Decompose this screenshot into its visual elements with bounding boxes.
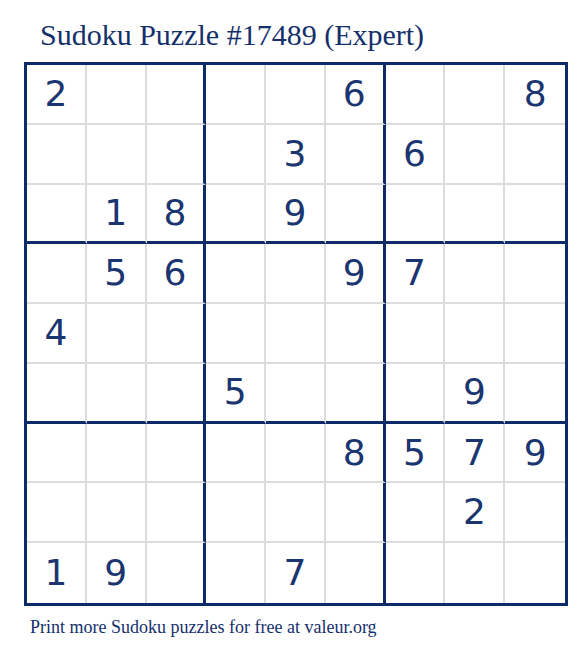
cell-r7c7: 5 xyxy=(386,424,446,484)
cell-r4c2: 5 xyxy=(87,244,147,304)
cell-r7c3 xyxy=(147,424,207,484)
page-title: Sudoku Puzzle #17489 (Expert) xyxy=(40,18,424,52)
cell-r2c6 xyxy=(326,125,386,185)
cell-r1c4 xyxy=(206,65,266,125)
cell-r2c7: 6 xyxy=(386,125,446,185)
cell-r4c7: 7 xyxy=(386,244,446,304)
cell-r5c5 xyxy=(266,304,326,364)
cell-r1c6: 6 xyxy=(326,65,386,125)
cell-r6c8: 9 xyxy=(445,364,505,424)
sudoku-board: 26836189569745985792197 xyxy=(24,62,568,606)
cell-r5c4 xyxy=(206,304,266,364)
cell-r4c5 xyxy=(266,244,326,304)
cell-r1c3 xyxy=(147,65,207,125)
cell-r7c2 xyxy=(87,424,147,484)
cell-r5c3 xyxy=(147,304,207,364)
cell-r6c5 xyxy=(266,364,326,424)
cell-r9c6 xyxy=(326,543,386,603)
cell-r2c9 xyxy=(505,125,565,185)
cell-r8c5 xyxy=(266,483,326,543)
cell-r4c1 xyxy=(27,244,87,304)
cell-r8c4 xyxy=(206,483,266,543)
cell-r8c2 xyxy=(87,483,147,543)
cell-r8c3 xyxy=(147,483,207,543)
cell-r8c7 xyxy=(386,483,446,543)
cell-r1c8 xyxy=(445,65,505,125)
cell-r4c8 xyxy=(445,244,505,304)
cell-r9c5: 7 xyxy=(266,543,326,603)
cell-r5c6 xyxy=(326,304,386,364)
cell-r2c5: 3 xyxy=(266,125,326,185)
cell-r1c5 xyxy=(266,65,326,125)
cell-r9c3 xyxy=(147,543,207,603)
cell-r6c9 xyxy=(505,364,565,424)
cell-r3c4 xyxy=(206,185,266,245)
cell-r7c8: 7 xyxy=(445,424,505,484)
cell-r5c2 xyxy=(87,304,147,364)
cell-r9c1: 1 xyxy=(27,543,87,603)
cell-r8c6 xyxy=(326,483,386,543)
cell-r7c9: 9 xyxy=(505,424,565,484)
cell-r9c9 xyxy=(505,543,565,603)
cell-r4c3: 6 xyxy=(147,244,207,304)
cell-r5c7 xyxy=(386,304,446,364)
cell-r3c3: 8 xyxy=(147,185,207,245)
cell-r3c1 xyxy=(27,185,87,245)
cell-r3c7 xyxy=(386,185,446,245)
cell-r8c8: 2 xyxy=(445,483,505,543)
cell-r6c4: 5 xyxy=(206,364,266,424)
cell-r7c4 xyxy=(206,424,266,484)
cell-r6c7 xyxy=(386,364,446,424)
cell-r1c1: 2 xyxy=(27,65,87,125)
cell-r6c3 xyxy=(147,364,207,424)
cell-r2c8 xyxy=(445,125,505,185)
cell-r1c9: 8 xyxy=(505,65,565,125)
cell-r3c9 xyxy=(505,185,565,245)
footer-text: Print more Sudoku puzzles for free at va… xyxy=(30,617,377,638)
cell-r6c6 xyxy=(326,364,386,424)
cell-r9c2: 9 xyxy=(87,543,147,603)
cell-r3c5: 9 xyxy=(266,185,326,245)
cell-r3c8 xyxy=(445,185,505,245)
cell-r1c7 xyxy=(386,65,446,125)
cell-r5c9 xyxy=(505,304,565,364)
cell-r2c4 xyxy=(206,125,266,185)
cell-r4c9 xyxy=(505,244,565,304)
cell-r4c6: 9 xyxy=(326,244,386,304)
cell-r8c1 xyxy=(27,483,87,543)
cell-r3c2: 1 xyxy=(87,185,147,245)
cell-r7c5 xyxy=(266,424,326,484)
cell-r7c1 xyxy=(27,424,87,484)
cell-r2c2 xyxy=(87,125,147,185)
cell-r6c2 xyxy=(87,364,147,424)
cell-r5c1: 4 xyxy=(27,304,87,364)
cell-r9c8 xyxy=(445,543,505,603)
cell-r1c2 xyxy=(87,65,147,125)
cell-r2c3 xyxy=(147,125,207,185)
cell-r9c7 xyxy=(386,543,446,603)
cell-r6c1 xyxy=(27,364,87,424)
cell-r5c8 xyxy=(445,304,505,364)
cell-r3c6 xyxy=(326,185,386,245)
cell-r4c4 xyxy=(206,244,266,304)
cell-r9c4 xyxy=(206,543,266,603)
cell-r7c6: 8 xyxy=(326,424,386,484)
cell-r8c9 xyxy=(505,483,565,543)
cell-r2c1 xyxy=(27,125,87,185)
